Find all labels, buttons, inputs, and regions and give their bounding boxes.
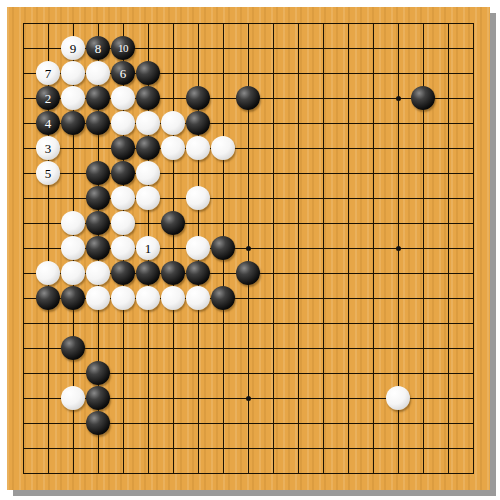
- stone-white[interactable]: [111, 186, 135, 210]
- stone-white[interactable]: [136, 286, 160, 310]
- stone-black[interactable]: [236, 86, 260, 110]
- stone-black[interactable]: [161, 211, 185, 235]
- stone-black[interactable]: [186, 261, 210, 285]
- stone-black[interactable]: [136, 261, 160, 285]
- stone-black[interactable]: [186, 86, 210, 110]
- stone-black[interactable]: [86, 161, 110, 185]
- stone-black[interactable]: [86, 386, 110, 410]
- stone-white[interactable]: [386, 386, 410, 410]
- move-number-label: 5: [45, 167, 52, 180]
- stone-black[interactable]: [86, 361, 110, 385]
- stone-black[interactable]: [211, 286, 235, 310]
- stone-black[interactable]: [211, 236, 235, 260]
- stone-white[interactable]: [211, 136, 235, 160]
- stone-white[interactable]: [161, 111, 185, 135]
- stone-black[interactable]: [86, 236, 110, 260]
- move-number-label: 9: [70, 42, 77, 55]
- stone-white[interactable]: [136, 186, 160, 210]
- star-point: [246, 246, 251, 251]
- stone-white[interactable]: [61, 211, 85, 235]
- stone-white[interactable]: [161, 136, 185, 160]
- stone-black[interactable]: [86, 211, 110, 235]
- stone-black[interactable]: [136, 61, 160, 85]
- stone-white[interactable]: [186, 236, 210, 260]
- stone-white-move-1[interactable]: 1: [136, 236, 160, 260]
- stone-white[interactable]: [136, 111, 160, 135]
- stone-white[interactable]: [111, 236, 135, 260]
- stone-black[interactable]: [236, 261, 260, 285]
- star-point: [396, 246, 401, 251]
- stone-white[interactable]: [111, 286, 135, 310]
- stone-white[interactable]: [111, 111, 135, 135]
- stone-white[interactable]: [111, 86, 135, 110]
- stone-white[interactable]: [186, 286, 210, 310]
- stone-white[interactable]: [61, 386, 85, 410]
- move-number-label: 8: [95, 42, 102, 55]
- stone-black[interactable]: [86, 86, 110, 110]
- stone-black[interactable]: [411, 86, 435, 110]
- star-point: [396, 96, 401, 101]
- stone-white[interactable]: [61, 236, 85, 260]
- stone-white[interactable]: [61, 61, 85, 85]
- stone-black[interactable]: [36, 286, 60, 310]
- stone-white[interactable]: [86, 61, 110, 85]
- stone-white-move-7[interactable]: 7: [36, 61, 60, 85]
- stone-white[interactable]: [186, 136, 210, 160]
- stone-white[interactable]: [186, 186, 210, 210]
- move-number-label: 10: [118, 43, 128, 54]
- move-number-label: 3: [45, 142, 52, 155]
- stone-black[interactable]: [61, 336, 85, 360]
- stone-black[interactable]: [186, 111, 210, 135]
- stone-white[interactable]: [136, 161, 160, 185]
- stone-black[interactable]: [86, 411, 110, 435]
- page: 98107624351: [0, 0, 500, 500]
- stone-black-move-2[interactable]: 2: [36, 86, 60, 110]
- move-number-label: 2: [45, 92, 52, 105]
- stone-white[interactable]: [161, 286, 185, 310]
- stone-black[interactable]: [136, 136, 160, 160]
- stone-black[interactable]: [136, 86, 160, 110]
- stone-white[interactable]: [61, 261, 85, 285]
- go-board[interactable]: 98107624351: [7, 7, 490, 490]
- stone-black-move-10[interactable]: 10: [111, 36, 135, 60]
- move-number-label: 7: [45, 67, 52, 80]
- stone-white[interactable]: [86, 261, 110, 285]
- stone-black[interactable]: [111, 136, 135, 160]
- stone-white[interactable]: [86, 286, 110, 310]
- stone-white-move-5[interactable]: 5: [36, 161, 60, 185]
- stone-black-move-8[interactable]: 8: [86, 36, 110, 60]
- stone-black[interactable]: [111, 261, 135, 285]
- stone-black-move-6[interactable]: 6: [111, 61, 135, 85]
- stone-white-move-3[interactable]: 3: [36, 136, 60, 160]
- stone-black[interactable]: [161, 261, 185, 285]
- move-number-label: 1: [145, 242, 152, 255]
- move-number-label: 6: [120, 67, 127, 80]
- stone-black[interactable]: [61, 286, 85, 310]
- move-number-label: 4: [45, 117, 52, 130]
- stone-black[interactable]: [61, 111, 85, 135]
- star-point: [246, 396, 251, 401]
- stone-white[interactable]: [36, 261, 60, 285]
- stone-white-move-9[interactable]: 9: [61, 36, 85, 60]
- stone-black-move-4[interactable]: 4: [36, 111, 60, 135]
- stone-black[interactable]: [111, 161, 135, 185]
- stone-white[interactable]: [61, 86, 85, 110]
- stone-black[interactable]: [86, 111, 110, 135]
- stone-white[interactable]: [111, 211, 135, 235]
- stone-black[interactable]: [86, 186, 110, 210]
